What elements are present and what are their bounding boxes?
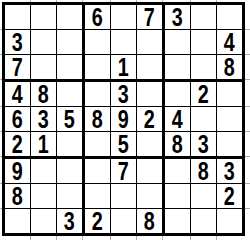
gridline-stub xyxy=(245,183,250,184)
cell-r5c9[interactable] xyxy=(217,107,242,132)
given-digit: 2 xyxy=(144,107,155,131)
given-digit: 6 xyxy=(12,107,23,131)
cell-r2c4[interactable] xyxy=(85,30,111,55)
cell-r4c8[interactable]: 2 xyxy=(191,82,217,107)
cell-r3c7[interactable] xyxy=(165,55,191,82)
given-digit: 7 xyxy=(144,5,155,29)
gridline-stub xyxy=(0,183,2,184)
cell-r9c4[interactable]: 2 xyxy=(85,209,111,233)
given-digit: 2 xyxy=(12,132,23,156)
given-digit: 2 xyxy=(198,82,209,106)
cell-r8c2[interactable] xyxy=(31,184,57,209)
given-digit: 6 xyxy=(92,5,103,29)
board-row-7: 9783 xyxy=(5,159,242,184)
cell-r7c8[interactable]: 8 xyxy=(191,159,217,184)
board-row-8: 82 xyxy=(5,184,242,209)
given-digit: 3 xyxy=(172,5,183,29)
gridline-stub xyxy=(82,236,83,240)
cell-r6c1[interactable]: 2 xyxy=(5,132,31,159)
cell-r4c9[interactable] xyxy=(217,82,242,107)
cell-r6c2[interactable]: 1 xyxy=(31,132,57,159)
gridline-stub xyxy=(190,0,191,2)
gridline-stub xyxy=(0,156,2,157)
gridline-stub xyxy=(216,236,217,240)
cell-r1c2[interactable] xyxy=(31,5,57,30)
gridline-stub xyxy=(0,79,2,80)
cell-r3c2[interactable] xyxy=(31,55,57,82)
cell-r7c3[interactable] xyxy=(57,159,85,184)
given-digit: 2 xyxy=(224,184,235,208)
cell-r3c6[interactable] xyxy=(137,55,165,82)
gridline-stub xyxy=(82,0,83,2)
given-digit: 8 xyxy=(92,107,103,131)
board-row-1: 673 xyxy=(5,5,242,30)
cell-r1c6[interactable]: 7 xyxy=(137,5,165,30)
given-digit: 9 xyxy=(118,107,129,131)
gridline-stub xyxy=(0,54,2,55)
given-digit: 4 xyxy=(224,30,235,54)
cell-r5c3[interactable]: 5 xyxy=(57,107,85,132)
cell-r9c5[interactable] xyxy=(111,209,137,233)
cell-r9c2[interactable] xyxy=(31,209,57,233)
given-digit: 8 xyxy=(144,209,155,233)
cell-r1c4[interactable]: 6 xyxy=(85,5,111,30)
given-digit: 3 xyxy=(198,132,209,156)
cell-r7c6[interactable] xyxy=(137,159,165,184)
gridline-stub xyxy=(162,0,163,2)
board-row-6: 21583 xyxy=(5,132,242,159)
gridline-stub xyxy=(56,236,57,240)
cell-r3c5[interactable]: 1 xyxy=(111,55,137,82)
cell-r6c7[interactable]: 8 xyxy=(165,132,191,159)
given-digit: 3 xyxy=(64,209,75,233)
cell-r5c6[interactable]: 2 xyxy=(137,107,165,132)
gridline-stub xyxy=(245,131,250,132)
cell-r6c3[interactable] xyxy=(57,132,85,159)
given-digit: 8 xyxy=(224,55,235,79)
sudoku-screenshot: 673347184832635892421583978382328 xyxy=(0,0,250,240)
gridline-stub xyxy=(110,0,111,2)
given-digit: 3 xyxy=(38,107,49,131)
cell-r8c1[interactable]: 8 xyxy=(5,184,31,209)
given-digit: 1 xyxy=(118,55,129,79)
gridline-stub xyxy=(0,29,2,30)
gridline-stub xyxy=(245,156,250,157)
given-digit: 5 xyxy=(64,107,75,131)
cell-r1c7[interactable]: 3 xyxy=(165,5,191,30)
cell-r6c8[interactable]: 3 xyxy=(191,132,217,159)
gridline-stub xyxy=(162,236,163,240)
cell-r2c3[interactable] xyxy=(57,30,85,55)
cell-r3c9[interactable]: 8 xyxy=(217,55,242,82)
cell-r6c5[interactable]: 5 xyxy=(111,132,137,159)
given-digit: 4 xyxy=(172,107,183,131)
cell-r2c7[interactable] xyxy=(165,30,191,55)
cell-r6c4[interactable] xyxy=(85,132,111,159)
cell-r6c6[interactable] xyxy=(137,132,165,159)
gridline-stub xyxy=(0,106,2,107)
cell-r8c7[interactable] xyxy=(165,184,191,209)
gridline-stub xyxy=(0,208,2,209)
cell-r1c5[interactable] xyxy=(111,5,137,30)
cell-r2c8[interactable] xyxy=(191,30,217,55)
given-digit: 7 xyxy=(118,159,129,183)
cell-r9c6[interactable]: 8 xyxy=(137,209,165,233)
cell-r7c7[interactable] xyxy=(165,159,191,184)
cell-r1c8[interactable] xyxy=(191,5,217,30)
gridline-stub xyxy=(56,0,57,2)
cell-r5c4[interactable]: 8 xyxy=(85,107,111,132)
given-digit: 8 xyxy=(172,132,183,156)
given-digit: 5 xyxy=(118,132,129,156)
given-digit: 8 xyxy=(38,82,49,106)
gridline-stub xyxy=(136,0,137,2)
cell-r3c1[interactable]: 7 xyxy=(5,55,31,82)
cell-r6c9[interactable] xyxy=(217,132,242,159)
given-digit: 3 xyxy=(224,159,235,183)
gridline-stub xyxy=(190,236,191,240)
gridline-stub xyxy=(245,208,250,209)
given-digit: 2 xyxy=(92,209,103,233)
cell-r7c2[interactable] xyxy=(31,159,57,184)
cell-r2c2[interactable] xyxy=(31,30,57,55)
board-row-3: 718 xyxy=(5,55,242,82)
cell-r9c1[interactable] xyxy=(5,209,31,233)
gridline-stub xyxy=(110,236,111,240)
cell-r7c4[interactable] xyxy=(85,159,111,184)
cell-r2c6[interactable] xyxy=(137,30,165,55)
gridline-stub xyxy=(30,0,31,2)
given-digit: 8 xyxy=(198,159,209,183)
cell-r3c8[interactable] xyxy=(191,55,217,82)
cell-r9c7[interactable] xyxy=(165,209,191,233)
gridline-stub xyxy=(30,236,31,240)
gridline-stub xyxy=(216,0,217,2)
given-digit: 1 xyxy=(38,132,49,156)
cell-r3c3[interactable] xyxy=(57,55,85,82)
gridline-stub xyxy=(0,131,2,132)
given-digit: 9 xyxy=(12,159,23,183)
cell-r1c3[interactable] xyxy=(57,5,85,30)
gridline-stub xyxy=(136,236,137,240)
board-row-9: 328 xyxy=(5,209,242,233)
given-digit: 8 xyxy=(12,184,23,208)
sudoku-board: 673347184832635892421583978382328 xyxy=(2,2,245,236)
cell-r8c9[interactable]: 2 xyxy=(217,184,242,209)
gridline-stub xyxy=(245,54,250,55)
gridline-stub xyxy=(245,29,250,30)
cell-r8c5[interactable] xyxy=(111,184,137,209)
cell-r8c8[interactable] xyxy=(191,184,217,209)
given-digit: 3 xyxy=(12,30,23,54)
cell-r9c9[interactable] xyxy=(217,209,242,233)
given-digit: 7 xyxy=(12,55,23,79)
cell-r7c5[interactable]: 7 xyxy=(111,159,137,184)
gridline-stub xyxy=(245,79,250,80)
given-digit: 4 xyxy=(12,82,23,106)
cell-r9c3[interactable]: 3 xyxy=(57,209,85,233)
given-digit: 3 xyxy=(118,82,129,106)
cell-r3c4[interactable] xyxy=(85,55,111,82)
cell-r9c8[interactable] xyxy=(191,209,217,233)
gridline-stub xyxy=(245,106,250,107)
